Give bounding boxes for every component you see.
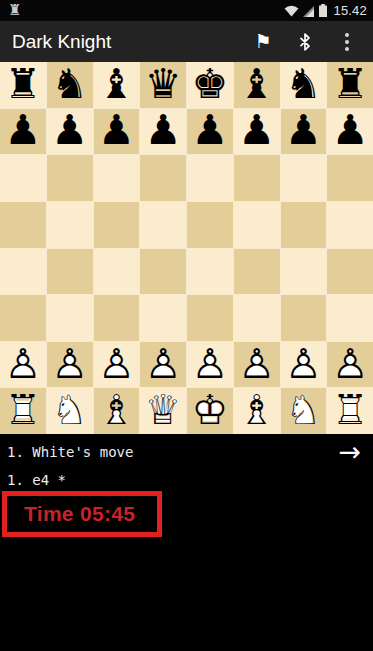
piece-white-knight-fill: ♞ xyxy=(51,390,88,431)
square-e3[interactable] xyxy=(187,295,233,341)
app-bar: Dark Knight ⚑ xyxy=(0,21,373,62)
square-d6[interactable] xyxy=(140,155,186,201)
square-a5[interactable] xyxy=(0,202,46,248)
app-title: Dark Knight xyxy=(12,31,249,53)
square-g7[interactable]: ♟ xyxy=(281,109,327,155)
rook-notification-icon: ♜ xyxy=(8,3,21,18)
piece-black-bishop: ♝ xyxy=(238,63,275,104)
piece-black-pawn: ♟ xyxy=(98,110,135,151)
square-c3[interactable] xyxy=(94,295,140,341)
piece-black-pawn: ♟ xyxy=(145,110,182,151)
status-bar-left: ♜ xyxy=(6,3,21,18)
piece-black-king: ♚ xyxy=(191,63,228,104)
square-c6[interactable] xyxy=(94,155,140,201)
piece-black-rook: ♜ xyxy=(332,63,369,104)
square-f2[interactable]: ♟♙ xyxy=(234,342,280,388)
piece-white-rook-fill: ♜ xyxy=(332,390,369,431)
piece-white-rook: ♖ xyxy=(4,390,41,431)
phone-screen: ♜ 15.42 Dark Knight ⚑ xyxy=(0,0,373,651)
piece-black-bishop: ♝ xyxy=(98,63,135,104)
piece-white-pawn-fill: ♟ xyxy=(191,343,228,384)
square-f5[interactable] xyxy=(234,202,280,248)
bluetooth-icon xyxy=(298,33,312,51)
square-a2[interactable]: ♟♙ xyxy=(0,342,46,388)
app-bar-actions: ⚑ xyxy=(249,28,361,56)
status-bar-right: 15.42 xyxy=(284,3,367,18)
piece-white-pawn: ♙ xyxy=(332,343,369,384)
bluetooth-button[interactable] xyxy=(291,28,319,56)
square-h7[interactable]: ♟ xyxy=(327,109,373,155)
square-c7[interactable]: ♟ xyxy=(94,109,140,155)
square-c1[interactable]: ♝♗ xyxy=(94,388,140,434)
piece-black-queen: ♛ xyxy=(145,63,182,104)
square-g8[interactable]: ♞ xyxy=(281,62,327,108)
square-d5[interactable] xyxy=(140,202,186,248)
time-annotation-box: Time 05:45 xyxy=(2,491,162,537)
square-h6[interactable] xyxy=(327,155,373,201)
piece-black-pawn: ♟ xyxy=(285,110,322,151)
piece-black-knight: ♞ xyxy=(51,63,88,104)
square-c4[interactable] xyxy=(94,249,140,295)
piece-white-pawn: ♙ xyxy=(98,343,135,384)
square-h4[interactable] xyxy=(327,249,373,295)
piece-white-rook-fill: ♜ xyxy=(4,390,41,431)
square-e7[interactable]: ♟ xyxy=(187,109,233,155)
square-e6[interactable] xyxy=(187,155,233,201)
square-d3[interactable] xyxy=(140,295,186,341)
piece-black-pawn: ♟ xyxy=(238,110,275,151)
piece-white-pawn-fill: ♟ xyxy=(238,343,275,384)
square-g3[interactable] xyxy=(281,295,327,341)
square-b4[interactable] xyxy=(47,249,93,295)
square-f7[interactable]: ♟ xyxy=(234,109,280,155)
piece-white-pawn-fill: ♟ xyxy=(145,343,182,384)
square-f6[interactable] xyxy=(234,155,280,201)
piece-white-pawn: ♙ xyxy=(145,343,182,384)
square-g6[interactable] xyxy=(281,155,327,201)
piece-white-knight: ♘ xyxy=(285,390,322,431)
square-b1[interactable]: ♞♘ xyxy=(47,388,93,434)
wifi-icon xyxy=(284,5,299,17)
square-g4[interactable] xyxy=(281,249,327,295)
square-a7[interactable]: ♟ xyxy=(0,109,46,155)
signal-icon xyxy=(303,5,315,17)
square-c8[interactable]: ♝ xyxy=(94,62,140,108)
overflow-menu-icon xyxy=(345,33,349,51)
square-e1[interactable]: ♚♔ xyxy=(187,388,233,434)
piece-black-pawn: ♟ xyxy=(332,110,369,151)
overflow-menu-button[interactable] xyxy=(333,28,361,56)
piece-black-knight: ♞ xyxy=(285,63,322,104)
status-bar: ♜ 15.42 xyxy=(0,0,373,21)
square-h8[interactable]: ♜ xyxy=(327,62,373,108)
square-d1[interactable]: ♛♕ xyxy=(140,388,186,434)
flag-button[interactable]: ⚑ xyxy=(249,28,277,56)
square-g5[interactable] xyxy=(281,202,327,248)
piece-black-pawn: ♟ xyxy=(4,110,41,151)
piece-white-bishop-fill: ♝ xyxy=(238,390,275,431)
piece-white-pawn: ♙ xyxy=(238,343,275,384)
square-h5[interactable] xyxy=(327,202,373,248)
square-d8[interactable]: ♛ xyxy=(140,62,186,108)
square-e4[interactable] xyxy=(187,249,233,295)
piece-white-bishop: ♗ xyxy=(238,390,275,431)
move-list-line: 1. e4 * xyxy=(7,472,66,488)
square-b8[interactable]: ♞ xyxy=(47,62,93,108)
square-a8[interactable]: ♜ xyxy=(0,62,46,108)
square-f3[interactable] xyxy=(234,295,280,341)
chess-board: ♜♞♝♛♚♝♞♜♟♟♟♟♟♟♟♟♟♙♟♙♟♙♟♙♟♙♟♙♟♙♟♙♜♖♞♘♝♗♛♕… xyxy=(0,62,373,434)
square-b7[interactable]: ♟ xyxy=(47,109,93,155)
square-h1[interactable]: ♜♖ xyxy=(327,388,373,434)
piece-white-king-fill: ♚ xyxy=(191,390,228,431)
move-panel: 1. White's move 1. e4 * → Time 05:45 xyxy=(0,434,373,651)
piece-white-pawn-fill: ♟ xyxy=(4,343,41,384)
piece-white-pawn-fill: ♟ xyxy=(332,343,369,384)
square-a1[interactable]: ♜♖ xyxy=(0,388,46,434)
flag-icon: ⚑ xyxy=(254,32,271,51)
piece-white-bishop: ♗ xyxy=(98,390,135,431)
piece-white-pawn: ♙ xyxy=(191,343,228,384)
piece-white-pawn: ♙ xyxy=(51,343,88,384)
square-g1[interactable]: ♞♘ xyxy=(281,388,327,434)
square-f4[interactable] xyxy=(234,249,280,295)
square-e8[interactable]: ♚ xyxy=(187,62,233,108)
piece-black-rook: ♜ xyxy=(4,63,41,104)
piece-white-bishop-fill: ♝ xyxy=(98,390,135,431)
square-d7[interactable]: ♟ xyxy=(140,109,186,155)
piece-white-knight: ♘ xyxy=(51,390,88,431)
piece-black-pawn: ♟ xyxy=(51,110,88,151)
next-move-arrow-button[interactable]: → xyxy=(338,438,361,465)
move-status-line: 1. White's move xyxy=(7,444,133,460)
square-c2[interactable]: ♟♙ xyxy=(94,342,140,388)
battery-icon xyxy=(319,4,327,17)
square-c5[interactable] xyxy=(94,202,140,248)
square-b6[interactable] xyxy=(47,155,93,201)
square-d2[interactable]: ♟♙ xyxy=(140,342,186,388)
piece-white-rook: ♖ xyxy=(332,390,369,431)
piece-white-pawn-fill: ♟ xyxy=(285,343,322,384)
square-e5[interactable] xyxy=(187,202,233,248)
piece-white-pawn-fill: ♟ xyxy=(98,343,135,384)
piece-white-pawn-fill: ♟ xyxy=(51,343,88,384)
square-g2[interactable]: ♟♙ xyxy=(281,342,327,388)
square-h2[interactable]: ♟♙ xyxy=(327,342,373,388)
square-h3[interactable] xyxy=(327,295,373,341)
square-b3[interactable] xyxy=(47,295,93,341)
square-f1[interactable]: ♝♗ xyxy=(234,388,280,434)
square-a3[interactable] xyxy=(0,295,46,341)
piece-white-queen: ♕ xyxy=(145,390,182,431)
time-annotation-label: Time 05:45 xyxy=(7,502,135,526)
square-a6[interactable] xyxy=(0,155,46,201)
square-b2[interactable]: ♟♙ xyxy=(47,342,93,388)
square-e2[interactable]: ♟♙ xyxy=(187,342,233,388)
piece-white-knight-fill: ♞ xyxy=(285,390,322,431)
piece-white-queen-fill: ♛ xyxy=(145,390,182,431)
piece-white-king: ♔ xyxy=(191,390,228,431)
square-f8[interactable]: ♝ xyxy=(234,62,280,108)
piece-white-pawn: ♙ xyxy=(285,343,322,384)
status-time: 15.42 xyxy=(333,3,367,18)
square-a4[interactable] xyxy=(0,249,46,295)
piece-black-pawn: ♟ xyxy=(191,110,228,151)
square-b5[interactable] xyxy=(47,202,93,248)
piece-white-pawn: ♙ xyxy=(4,343,41,384)
square-d4[interactable] xyxy=(140,249,186,295)
